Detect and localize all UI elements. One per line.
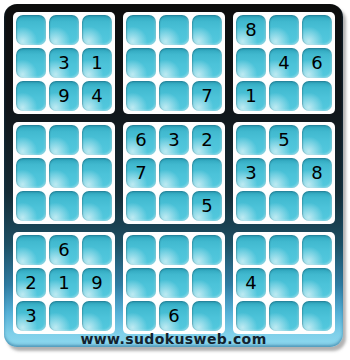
cell-r7c5[interactable]: [159, 235, 189, 265]
cell-r6c7[interactable]: [236, 191, 266, 221]
cell-r7c2[interactable]: 6: [49, 235, 79, 265]
cell-r1c6[interactable]: [192, 15, 222, 45]
cell-r8c5[interactable]: [159, 268, 189, 298]
box-0-1: 7: [123, 12, 225, 114]
cell-r1c8[interactable]: [269, 15, 299, 45]
cell-r6c4[interactable]: [126, 191, 156, 221]
sudoku-board: 319478461632755386219364: [13, 12, 335, 334]
cell-r5c1[interactable]: [16, 158, 46, 188]
cell-r9c2[interactable]: [49, 301, 79, 331]
cell-r3c2[interactable]: 9: [49, 81, 79, 111]
box-1-0: [13, 122, 115, 224]
box-1-1: 63275: [123, 122, 225, 224]
cell-r9c9[interactable]: [302, 301, 332, 331]
cell-r4c8[interactable]: 5: [269, 125, 299, 155]
cell-r2c9[interactable]: 6: [302, 48, 332, 78]
cell-r7c1[interactable]: [16, 235, 46, 265]
cell-r1c3[interactable]: [82, 15, 112, 45]
cell-r5c6[interactable]: [192, 158, 222, 188]
cell-r8c2[interactable]: 1: [49, 268, 79, 298]
cell-r3c9[interactable]: [302, 81, 332, 111]
board-frame: 319478461632755386219364 www.sudokusweb.…: [4, 4, 343, 347]
cell-r8c9[interactable]: [302, 268, 332, 298]
cell-r4c2[interactable]: [49, 125, 79, 155]
cell-r2c6[interactable]: [192, 48, 222, 78]
cell-r6c3[interactable]: [82, 191, 112, 221]
cell-r4c1[interactable]: [16, 125, 46, 155]
box-0-0: 3194: [13, 12, 115, 114]
cell-r8c7[interactable]: 4: [236, 268, 266, 298]
cell-r2c5[interactable]: [159, 48, 189, 78]
cell-r9c3[interactable]: [82, 301, 112, 331]
cell-r6c6[interactable]: 5: [192, 191, 222, 221]
cell-r9c8[interactable]: [269, 301, 299, 331]
cell-r9c6[interactable]: [192, 301, 222, 331]
cell-r2c2[interactable]: 3: [49, 48, 79, 78]
cell-r8c3[interactable]: 9: [82, 268, 112, 298]
cell-r4c5[interactable]: 3: [159, 125, 189, 155]
cell-r9c4[interactable]: [126, 301, 156, 331]
cell-r3c5[interactable]: [159, 81, 189, 111]
cell-r3c6[interactable]: 7: [192, 81, 222, 111]
cell-r3c8[interactable]: [269, 81, 299, 111]
cell-r6c5[interactable]: [159, 191, 189, 221]
cell-r3c4[interactable]: [126, 81, 156, 111]
cell-r8c8[interactable]: [269, 268, 299, 298]
cell-r5c7[interactable]: 3: [236, 158, 266, 188]
cell-r5c3[interactable]: [82, 158, 112, 188]
cell-r7c7[interactable]: [236, 235, 266, 265]
box-0-2: 8461: [233, 12, 335, 114]
cell-r4c9[interactable]: [302, 125, 332, 155]
cell-r2c7[interactable]: [236, 48, 266, 78]
cell-r1c4[interactable]: [126, 15, 156, 45]
box-2-1: 6: [123, 232, 225, 334]
box-2-0: 62193: [13, 232, 115, 334]
cell-r1c2[interactable]: [49, 15, 79, 45]
cell-r7c6[interactable]: [192, 235, 222, 265]
cell-r6c2[interactable]: [49, 191, 79, 221]
cell-r1c7[interactable]: 8: [236, 15, 266, 45]
sudoku-page: 319478461632755386219364 www.sudokusweb.…: [0, 0, 350, 360]
cell-r8c6[interactable]: [192, 268, 222, 298]
cell-r5c2[interactable]: [49, 158, 79, 188]
cell-r4c3[interactable]: [82, 125, 112, 155]
cell-r7c9[interactable]: [302, 235, 332, 265]
cell-r5c5[interactable]: [159, 158, 189, 188]
cell-r3c3[interactable]: 4: [82, 81, 112, 111]
cell-r2c1[interactable]: [16, 48, 46, 78]
cell-r5c8[interactable]: [269, 158, 299, 188]
cell-r6c1[interactable]: [16, 191, 46, 221]
cell-r3c7[interactable]: 1: [236, 81, 266, 111]
website-url: www.sudokusweb.com: [80, 331, 266, 347]
cell-r5c4[interactable]: 7: [126, 158, 156, 188]
cell-r8c4[interactable]: [126, 268, 156, 298]
cell-r1c5[interactable]: [159, 15, 189, 45]
cell-r3c1[interactable]: [16, 81, 46, 111]
cell-r7c8[interactable]: [269, 235, 299, 265]
cell-r4c4[interactable]: 6: [126, 125, 156, 155]
cell-r2c4[interactable]: [126, 48, 156, 78]
cell-r1c9[interactable]: [302, 15, 332, 45]
cell-r1c1[interactable]: [16, 15, 46, 45]
cell-r5c9[interactable]: 8: [302, 158, 332, 188]
cell-r4c7[interactable]: [236, 125, 266, 155]
cell-r7c3[interactable]: [82, 235, 112, 265]
box-2-2: 4: [233, 232, 335, 334]
box-1-2: 538: [233, 122, 335, 224]
cell-r9c1[interactable]: 3: [16, 301, 46, 331]
cell-r8c1[interactable]: 2: [16, 268, 46, 298]
cell-r9c7[interactable]: [236, 301, 266, 331]
cell-r2c3[interactable]: 1: [82, 48, 112, 78]
cell-r7c4[interactable]: [126, 235, 156, 265]
cell-r6c9[interactable]: [302, 191, 332, 221]
website-footer: www.sudokusweb.com: [4, 330, 343, 347]
cell-r4c6[interactable]: 2: [192, 125, 222, 155]
cell-r9c5[interactable]: 6: [159, 301, 189, 331]
cell-r6c8[interactable]: [269, 191, 299, 221]
cell-r2c8[interactable]: 4: [269, 48, 299, 78]
